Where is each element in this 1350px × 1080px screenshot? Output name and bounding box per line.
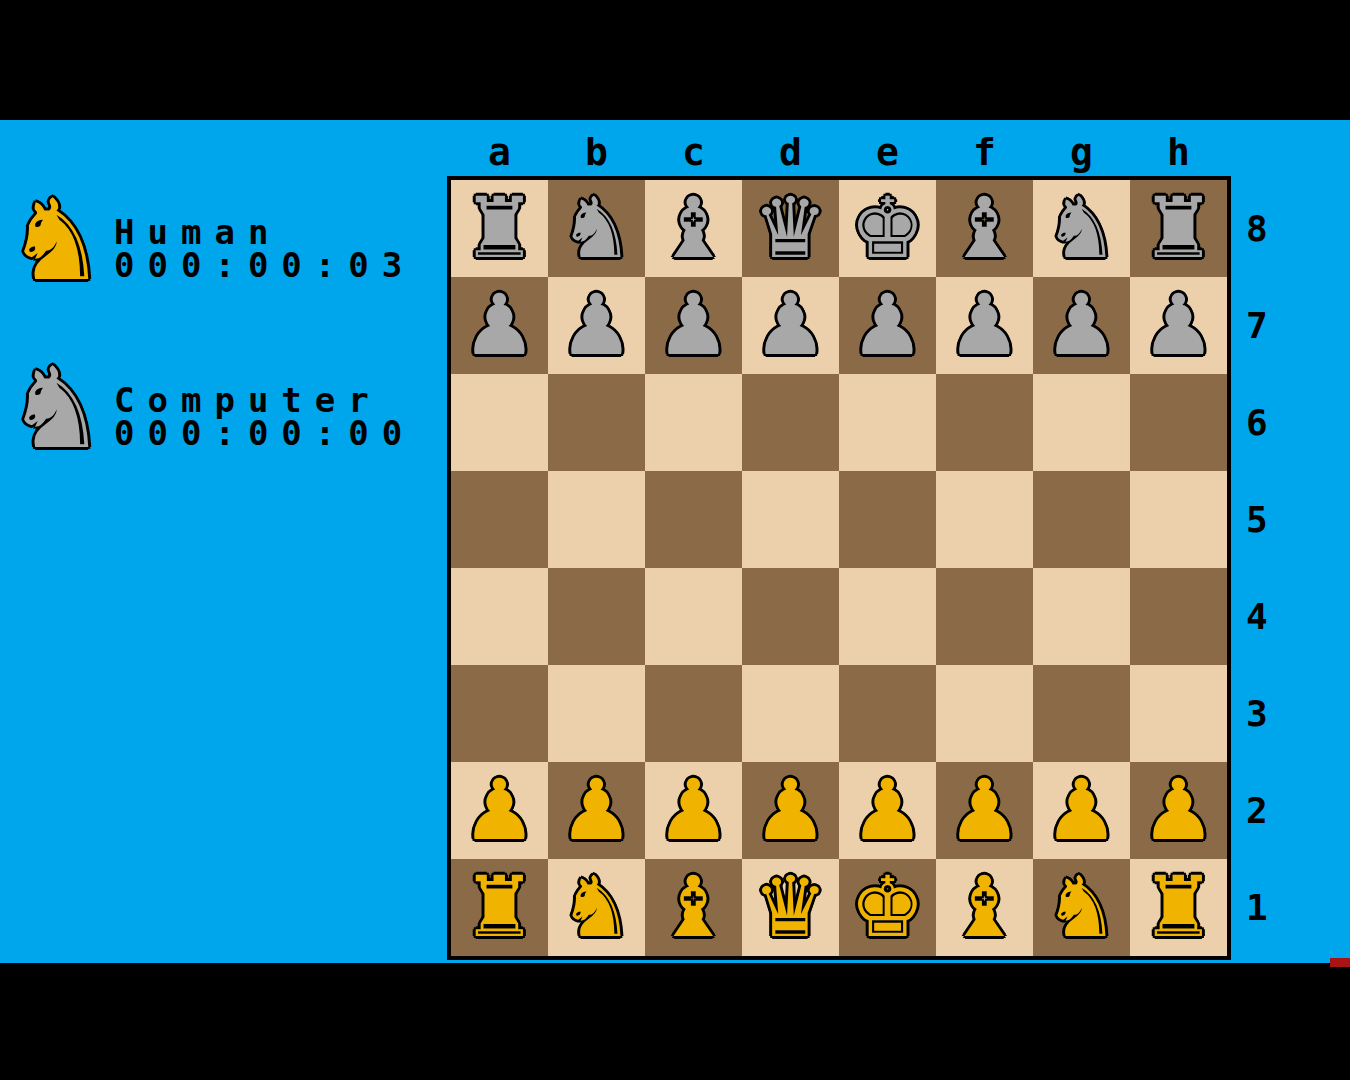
square-g2[interactable]: ♟ (1033, 762, 1130, 859)
square-h7[interactable]: ♟ (1130, 277, 1227, 374)
gold-pawn-f2: ♟ (947, 762, 1022, 859)
gray-pawn-h7: ♟ (1141, 277, 1216, 374)
square-d2[interactable]: ♟ (742, 762, 839, 859)
square-a1[interactable]: ♜ (451, 859, 548, 956)
square-e7[interactable]: ♟ (839, 277, 936, 374)
square-f5[interactable] (936, 471, 1033, 568)
square-h3[interactable] (1130, 665, 1227, 762)
gray-pawn-d7: ♟ (753, 277, 828, 374)
square-e2[interactable]: ♟ (839, 762, 936, 859)
square-e1[interactable]: ♚ (839, 859, 936, 956)
gold-pawn-e2: ♟ (850, 762, 925, 859)
rank-label-1: 1 (1246, 859, 1268, 956)
gray-knight-g8: ♞ (1044, 180, 1119, 277)
rank-label-2: 2 (1246, 762, 1268, 859)
square-h1[interactable]: ♜ (1130, 859, 1227, 956)
square-h4[interactable] (1130, 568, 1227, 665)
rank-label-4: 4 (1246, 568, 1268, 665)
square-f4[interactable] (936, 568, 1033, 665)
rank-label-7: 7 (1246, 277, 1268, 374)
square-b7[interactable]: ♟ (548, 277, 645, 374)
file-label-c: c (645, 132, 742, 172)
gold-rook-a1: ♜ (462, 859, 537, 956)
gold-king-e1: ♚ (850, 859, 925, 956)
square-b5[interactable] (548, 471, 645, 568)
square-a7[interactable]: ♟ (451, 277, 548, 374)
square-f2[interactable]: ♟ (936, 762, 1033, 859)
gold-knight-g1: ♞ (1044, 859, 1119, 956)
gold-pawn-b2: ♟ (559, 762, 634, 859)
square-h8[interactable]: ♜ (1130, 180, 1227, 277)
gray-pawn-e7: ♟ (850, 277, 925, 374)
square-d6[interactable] (742, 374, 839, 471)
square-g5[interactable] (1033, 471, 1130, 568)
square-b1[interactable]: ♞ (548, 859, 645, 956)
rank-labels: 87654321 (1246, 180, 1268, 956)
square-c7[interactable]: ♟ (645, 277, 742, 374)
gray-pawn-g7: ♟ (1044, 277, 1119, 374)
rank-label-3: 3 (1246, 665, 1268, 762)
file-label-d: d (742, 132, 839, 172)
square-a6[interactable] (451, 374, 548, 471)
gold-knight-b1: ♞ (559, 859, 634, 956)
square-d3[interactable] (742, 665, 839, 762)
square-d1[interactable]: ♛ (742, 859, 839, 956)
square-d5[interactable] (742, 471, 839, 568)
square-e6[interactable] (839, 374, 936, 471)
square-a8[interactable]: ♜ (451, 180, 548, 277)
square-f7[interactable]: ♟ (936, 277, 1033, 374)
square-c5[interactable] (645, 471, 742, 568)
square-f3[interactable] (936, 665, 1033, 762)
square-g3[interactable] (1033, 665, 1130, 762)
file-label-e: e (839, 132, 936, 172)
square-d8[interactable]: ♛ (742, 180, 839, 277)
gray-knight-icon: ♞ (6, 356, 106, 460)
square-f8[interactable]: ♝ (936, 180, 1033, 277)
gold-pawn-h2: ♟ (1141, 762, 1216, 859)
chess-board: ♜♞♝♛♚♝♞♜♟♟♟♟♟♟♟♟♟♟♟♟♟♟♟♟♜♞♝♛♚♝♞♜ (447, 176, 1231, 960)
gold-pawn-c2: ♟ (656, 762, 731, 859)
square-b6[interactable] (548, 374, 645, 471)
gold-bishop-c1: ♝ (656, 859, 731, 956)
gold-pawn-g2: ♟ (1044, 762, 1119, 859)
gray-knight-b8: ♞ (559, 180, 634, 277)
gold-queen-d1: ♛ (753, 859, 828, 956)
square-b4[interactable] (548, 568, 645, 665)
gray-pawn-b7: ♟ (559, 277, 634, 374)
gray-bishop-f8: ♝ (947, 180, 1022, 277)
square-f6[interactable] (936, 374, 1033, 471)
gray-queen-d8: ♛ (753, 180, 828, 277)
gold-knight-icon: ♞ (6, 188, 106, 292)
square-a4[interactable] (451, 568, 548, 665)
gray-pawn-c7: ♟ (656, 277, 731, 374)
player-clock-human: 000:00:03 (114, 249, 415, 282)
rank-label-8: 8 (1246, 180, 1268, 277)
square-e3[interactable] (839, 665, 936, 762)
gold-pawn-d2: ♟ (753, 762, 828, 859)
square-h5[interactable] (1130, 471, 1227, 568)
square-g1[interactable]: ♞ (1033, 859, 1130, 956)
gold-pawn-a2: ♟ (462, 762, 537, 859)
square-a5[interactable] (451, 471, 548, 568)
square-c1[interactable]: ♝ (645, 859, 742, 956)
square-c6[interactable] (645, 374, 742, 471)
gray-bishop-c8: ♝ (656, 180, 731, 277)
square-b8[interactable]: ♞ (548, 180, 645, 277)
file-label-g: g (1033, 132, 1130, 172)
square-h2[interactable]: ♟ (1130, 762, 1227, 859)
square-g8[interactable]: ♞ (1033, 180, 1130, 277)
gray-rook-h8: ♜ (1141, 180, 1216, 277)
file-label-h: h (1130, 132, 1227, 172)
square-c2[interactable]: ♟ (645, 762, 742, 859)
rank-label-5: 5 (1246, 471, 1268, 568)
square-g6[interactable] (1033, 374, 1130, 471)
gray-pawn-f7: ♟ (947, 277, 1022, 374)
gray-king-e8: ♚ (850, 180, 925, 277)
square-a3[interactable] (451, 665, 548, 762)
red-artifact (1330, 958, 1350, 967)
square-g7[interactable]: ♟ (1033, 277, 1130, 374)
rank-label-6: 6 (1246, 374, 1268, 471)
square-g4[interactable] (1033, 568, 1130, 665)
square-d7[interactable]: ♟ (742, 277, 839, 374)
square-h6[interactable] (1130, 374, 1227, 471)
file-label-f: f (936, 132, 1033, 172)
gray-pawn-a7: ♟ (462, 277, 537, 374)
square-c3[interactable] (645, 665, 742, 762)
player-panel-computer: ♞ Computer 000:00:00 (6, 356, 415, 460)
player-panel-human: ♞ Human 000:00:03 (6, 188, 415, 292)
square-f1[interactable]: ♝ (936, 859, 1033, 956)
square-e8[interactable]: ♚ (839, 180, 936, 277)
player-clock-computer: 000:00:00 (114, 417, 415, 450)
gold-bishop-f1: ♝ (947, 859, 1022, 956)
square-c8[interactable]: ♝ (645, 180, 742, 277)
square-b3[interactable] (548, 665, 645, 762)
square-a2[interactable]: ♟ (451, 762, 548, 859)
square-e4[interactable] (839, 568, 936, 665)
file-label-a: a (451, 132, 548, 172)
gray-rook-a8: ♜ (462, 180, 537, 277)
square-c4[interactable] (645, 568, 742, 665)
square-e5[interactable] (839, 471, 936, 568)
file-labels: abcdefgh (451, 132, 1227, 172)
gold-rook-h1: ♜ (1141, 859, 1216, 956)
square-b2[interactable]: ♟ (548, 762, 645, 859)
file-label-b: b (548, 132, 645, 172)
square-d4[interactable] (742, 568, 839, 665)
